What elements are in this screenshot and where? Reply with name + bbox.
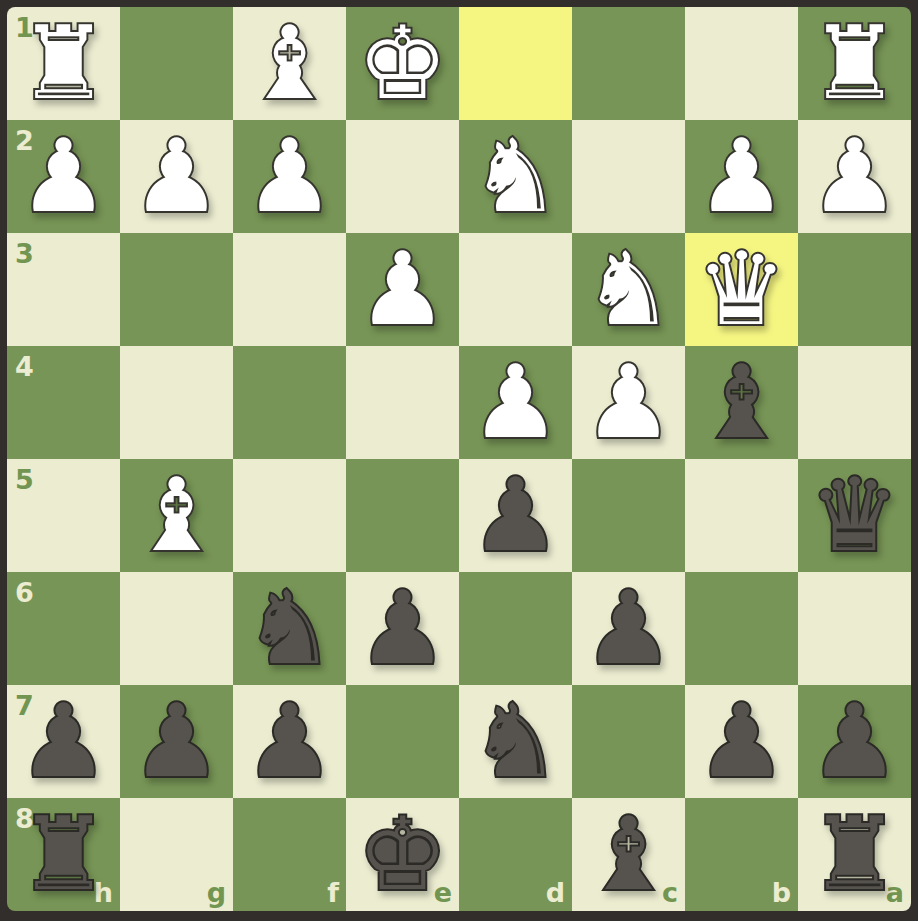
square-e7[interactable] [346,685,459,798]
square-c7[interactable] [572,685,685,798]
square-d3[interactable] [459,233,572,346]
black-bishop-b4[interactable]: ♝ [685,346,798,459]
square-c2[interactable] [572,120,685,233]
white-pawn-a2[interactable]: ♟ [798,120,911,233]
white-pawn-c4[interactable]: ♟ [572,346,685,459]
white-king-e1[interactable]: ♚ [346,7,459,120]
square-a6[interactable] [798,572,911,685]
file-label-d: d [546,879,565,906]
square-g3[interactable] [120,233,233,346]
white-queen-b3[interactable]: ♛ [685,233,798,346]
square-f1[interactable]: ♝ [233,7,346,120]
square-d8[interactable]: d [459,798,572,911]
black-pawn-d5[interactable]: ♟ [459,459,572,572]
square-h7[interactable]: 7♟ [7,685,120,798]
square-c4[interactable]: ♟ [572,346,685,459]
black-pawn-f7[interactable]: ♟ [233,685,346,798]
square-h4[interactable]: 4 [7,346,120,459]
square-f7[interactable]: ♟ [233,685,346,798]
square-b8[interactable]: b [685,798,798,911]
black-pawn-e6[interactable]: ♟ [346,572,459,685]
square-g7[interactable]: ♟ [120,685,233,798]
square-c1[interactable] [572,7,685,120]
square-g4[interactable] [120,346,233,459]
rank-label-5: 5 [15,466,34,493]
square-e5[interactable] [346,459,459,572]
black-king-e8[interactable]: ♚ [346,798,459,911]
file-label-f: f [327,879,339,906]
square-f4[interactable] [233,346,346,459]
square-g6[interactable] [120,572,233,685]
black-pawn-g7[interactable]: ♟ [120,685,233,798]
square-e3[interactable]: ♟ [346,233,459,346]
square-c6[interactable]: ♟ [572,572,685,685]
rank-label-6: 6 [15,579,34,606]
black-pawn-h7[interactable]: ♟ [7,685,120,798]
black-pawn-a7[interactable]: ♟ [798,685,911,798]
square-f2[interactable]: ♟ [233,120,346,233]
black-knight-d7[interactable]: ♞ [459,685,572,798]
file-label-b: b [772,879,791,906]
square-e2[interactable] [346,120,459,233]
white-bishop-g5[interactable]: ♝ [120,459,233,572]
square-a1[interactable]: ♜ [798,7,911,120]
black-queen-a5[interactable]: ♛ [798,459,911,572]
square-e8[interactable]: e♚ [346,798,459,911]
white-pawn-d4[interactable]: ♟ [459,346,572,459]
square-h6[interactable]: 6 [7,572,120,685]
square-c8[interactable]: c♝ [572,798,685,911]
square-b2[interactable]: ♟ [685,120,798,233]
square-a7[interactable]: ♟ [798,685,911,798]
chess-board: 1♜♝♚♜2♟♟♟♞♟♟3♟♞♛4♟♟♝5♝♟♛6♞♟♟7♟♟♟♞♟♟8h♜gf… [7,7,911,911]
black-bishop-c8[interactable]: ♝ [572,798,685,911]
rank-label-4: 4 [15,353,34,380]
white-bishop-f1[interactable]: ♝ [233,7,346,120]
white-rook-a1[interactable]: ♜ [798,7,911,120]
black-pawn-b7[interactable]: ♟ [685,685,798,798]
square-g2[interactable]: ♟ [120,120,233,233]
white-pawn-h2[interactable]: ♟ [7,120,120,233]
rank-label-3: 3 [15,240,34,267]
square-d7[interactable]: ♞ [459,685,572,798]
white-pawn-b2[interactable]: ♟ [685,120,798,233]
black-pawn-c6[interactable]: ♟ [572,572,685,685]
square-d1[interactable] [459,7,572,120]
square-d4[interactable]: ♟ [459,346,572,459]
square-g1[interactable] [120,7,233,120]
black-rook-h8[interactable]: ♜ [7,798,120,911]
white-pawn-f2[interactable]: ♟ [233,120,346,233]
square-b6[interactable] [685,572,798,685]
white-pawn-e3[interactable]: ♟ [346,233,459,346]
white-rook-h1[interactable]: ♜ [7,7,120,120]
square-f3[interactable] [233,233,346,346]
square-e1[interactable]: ♚ [346,7,459,120]
square-g5[interactable]: ♝ [120,459,233,572]
square-c3[interactable]: ♞ [572,233,685,346]
square-h5[interactable]: 5 [7,459,120,572]
square-f5[interactable] [233,459,346,572]
square-a4[interactable] [798,346,911,459]
square-h1[interactable]: 1♜ [7,7,120,120]
square-d2[interactable]: ♞ [459,120,572,233]
square-h2[interactable]: 2♟ [7,120,120,233]
file-label-g: g [207,879,226,906]
square-e6[interactable]: ♟ [346,572,459,685]
white-pawn-g2[interactable]: ♟ [120,120,233,233]
square-b3[interactable]: ♛ [685,233,798,346]
square-b4[interactable]: ♝ [685,346,798,459]
square-h3[interactable]: 3 [7,233,120,346]
black-knight-f6[interactable]: ♞ [233,572,346,685]
square-g8[interactable]: g [120,798,233,911]
white-knight-d2[interactable]: ♞ [459,120,572,233]
square-e4[interactable] [346,346,459,459]
square-b5[interactable] [685,459,798,572]
square-d6[interactable] [459,572,572,685]
square-b7[interactable]: ♟ [685,685,798,798]
square-f8[interactable]: f [233,798,346,911]
square-c5[interactable] [572,459,685,572]
square-h8[interactable]: 8h♜ [7,798,120,911]
square-a3[interactable] [798,233,911,346]
black-rook-a8[interactable]: ♜ [798,798,911,911]
square-d5[interactable]: ♟ [459,459,572,572]
square-a2[interactable]: ♟ [798,120,911,233]
square-b1[interactable] [685,7,798,120]
square-a8[interactable]: a♜ [798,798,911,911]
square-a5[interactable]: ♛ [798,459,911,572]
square-f6[interactable]: ♞ [233,572,346,685]
white-knight-c3[interactable]: ♞ [572,233,685,346]
